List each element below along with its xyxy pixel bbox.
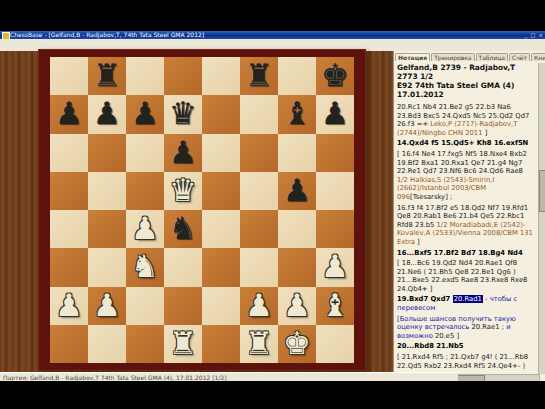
square-g6[interactable] (278, 134, 316, 172)
notation-segment[interactable]: 14.Qxd4 f5 15.Qd5+ Kh8 16.exf5N (397, 139, 528, 147)
notation-paragraph-1: 14.Qxd4 f5 15.Qd5+ Kh8 16.exf5N (397, 139, 534, 148)
white-pawn: ♟ (126, 210, 164, 248)
black-pawn: ♟ (126, 95, 164, 133)
notation-paragraph-0: 20.Rc1 Nb4 21.Be2 g5 22.b3 Na6 23.Bd3 Bx… (397, 103, 534, 137)
tab-нотация[interactable]: Нотация (395, 53, 430, 61)
square-e4[interactable] (202, 210, 240, 248)
square-c8[interactable] (126, 57, 164, 95)
vertical-scrollbar-thumb[interactable] (539, 170, 545, 212)
square-g3[interactable] (278, 248, 316, 286)
square-b5[interactable] (88, 172, 126, 210)
square-h5[interactable] (316, 172, 354, 210)
square-a5[interactable] (50, 172, 88, 210)
white-pawn: ♟ (88, 287, 126, 325)
square-f7[interactable] (240, 95, 278, 133)
notation-paragraph-9: [ 21.Rxd4 Rf5 ; 21.Qxb7 g4! ( 21...Rb8 2… (397, 353, 534, 369)
square-d3[interactable] (164, 248, 202, 286)
square-h6[interactable] (316, 134, 354, 172)
square-d4[interactable]: ♞ (164, 210, 202, 248)
square-f1[interactable]: ♜ (240, 325, 278, 363)
square-c2[interactable] (126, 287, 164, 325)
square-b3[interactable] (88, 248, 126, 286)
square-g8[interactable] (278, 57, 316, 95)
window-title: ChessBase - [Gelfand,B - Radjabov,T, 74t… (0, 31, 204, 38)
title-bar: ChessBase - [Gelfand,B - Radjabov,T, 74t… (0, 31, 545, 39)
white-queen: ♛ (164, 172, 202, 210)
square-b1[interactable] (88, 325, 126, 363)
square-a3[interactable] (50, 248, 88, 286)
black-pawn: ♟ (278, 172, 316, 210)
square-c3[interactable]: ♞ (126, 248, 164, 286)
game-header-event: E92 74th Tata Steel GMA (4) 17.01.2012 (397, 81, 534, 99)
notation-segment[interactable]: ] (415, 238, 420, 246)
square-f3[interactable] (240, 248, 278, 286)
square-f5[interactable] (240, 172, 278, 210)
square-h3[interactable]: ♟ (316, 248, 354, 286)
square-e3[interactable] (202, 248, 240, 286)
white-bishop: ♝ (316, 287, 354, 325)
chess-board[interactable]: ♜♜♚♟♟♟♛♝♟♟♛♟♟♞♞♟♟♟♟♟♝♜♜♚ (50, 57, 354, 363)
square-h8[interactable]: ♚ (316, 57, 354, 95)
square-a1[interactable] (50, 325, 88, 363)
white-rook: ♜ (240, 325, 278, 363)
notation-paragraph-8: 20...Rbd8 21.Nb5 (397, 342, 534, 351)
tab-книга[interactable]: Книга (531, 53, 545, 61)
notation-segment[interactable]: 20.e5 ] (435, 332, 459, 340)
square-b7[interactable]: ♟ (88, 95, 126, 133)
notation-segment[interactable]: [ 21.Rxd4 Rf5 ; 21.Qxb7 g4! ( 21...Rb8 2… (397, 353, 528, 369)
tab-счёт[interactable]: Счёт (509, 53, 530, 61)
black-bishop: ♝ (278, 95, 316, 133)
notation-paragraph-6: 19.Bxd7 Qxd7 20.Rad1 - чтобы с перевесом (397, 295, 534, 312)
square-e8[interactable] (202, 57, 240, 95)
game-header: Gelfand,B 2739 - Radjabov,T 2773 1/2 E92… (397, 63, 534, 99)
square-g2[interactable]: ♟ (278, 287, 316, 325)
square-b6[interactable] (88, 134, 126, 172)
notation-segment[interactable]: 20...Rbd8 21.Nb5 (397, 342, 464, 350)
square-a4[interactable] (50, 210, 88, 248)
notation-paragraph-2: [ 16.f4 Ne4 17.fxg5 Nf5 18.Nxe4 Bxb2 19.… (397, 150, 534, 202)
square-c4[interactable]: ♟ (126, 210, 164, 248)
black-pawn: ♟ (316, 95, 354, 133)
black-pawn: ♟ (88, 95, 126, 133)
square-g7[interactable]: ♝ (278, 95, 316, 133)
square-c5[interactable] (126, 172, 164, 210)
black-rook: ♜ (88, 57, 126, 95)
black-pawn: ♟ (50, 95, 88, 133)
notation-segment[interactable]: [ 16.f4 Ne4 17.fxg5 Nf5 18.Nxe4 Bxb2 19.… (397, 150, 527, 175)
square-g4[interactable] (278, 210, 316, 248)
square-c1[interactable] (126, 325, 164, 363)
notation-moves: 20.Rc1 Nb4 21.Be2 g5 22.b3 Na6 23.Bd3 Bx… (397, 103, 534, 369)
notation-paragraph-5: [ 18...Bc6 19.Qd2 Nd4 20.Rae1 Qf8 21.Ne6… (397, 259, 534, 293)
letterbox-top (0, 0, 545, 31)
square-f4[interactable] (240, 210, 278, 248)
white-knight: ♞ (126, 248, 164, 286)
status-text: Партия: Gelfand,B - Radjabov,T 74th Tata… (3, 374, 227, 381)
square-d8[interactable] (164, 57, 202, 95)
square-c7[interactable]: ♟ (126, 95, 164, 133)
square-h2[interactable]: ♝ (316, 287, 354, 325)
square-a6[interactable] (50, 134, 88, 172)
square-h4[interactable] (316, 210, 354, 248)
square-b8[interactable]: ♜ (88, 57, 126, 95)
square-c6[interactable] (126, 134, 164, 172)
square-b2[interactable]: ♟ (88, 287, 126, 325)
square-e6[interactable] (202, 134, 240, 172)
black-queen: ♛ (164, 95, 202, 133)
white-pawn: ♟ (278, 287, 316, 325)
current-move[interactable]: 20.Rad1 (453, 295, 483, 303)
black-king: ♚ (316, 57, 354, 95)
notation-segment[interactable]: 16...Bxf5 17.Bf2 Bd7 18.Bg4 Nd4 (397, 249, 523, 257)
notation-paragraph-7: [Больше шансов получить такую оценку вст… (397, 315, 534, 341)
square-d7[interactable]: ♛ (164, 95, 202, 133)
square-d1[interactable]: ♜ (164, 325, 202, 363)
square-h1[interactable] (316, 325, 354, 363)
notation-text: Gelfand,B 2739 - Radjabov,T 2773 1/2 E92… (397, 63, 534, 369)
notation-segment[interactable]: [Tsesarsky] ; (410, 193, 452, 201)
notation-tabs: НотацияТренировкаТаблицаСчётКнига (395, 53, 545, 61)
tab-тренировка[interactable]: Тренировка (431, 53, 474, 61)
white-rook: ♜ (164, 325, 202, 363)
letterbox-bottom (0, 381, 545, 409)
square-e2[interactable] (202, 287, 240, 325)
black-pawn: ♟ (164, 134, 202, 172)
square-g1[interactable]: ♚ (278, 325, 316, 363)
black-knight: ♞ (164, 210, 202, 248)
square-e7[interactable] (202, 95, 240, 133)
square-f8[interactable]: ♜ (240, 57, 278, 95)
square-a2[interactable]: ♟ (50, 287, 88, 325)
window-control-buttons[interactable]: _ □ × (524, 32, 544, 38)
square-a7[interactable]: ♟ (50, 95, 88, 133)
square-g5[interactable]: ♟ (278, 172, 316, 210)
tab-таблица[interactable]: Таблица (476, 53, 509, 61)
square-f2[interactable]: ♟ (240, 287, 278, 325)
notation-paragraph-3: 16.f3 f4 17.Bf2 e5 18.Qd2 Nf7 19.Rfd1 Qe… (397, 204, 534, 247)
notation-paragraph-4: 16...Bxf5 17.Bf2 Bd7 18.Bg4 Nd4 (397, 249, 534, 258)
game-header-players: Gelfand,B 2739 - Radjabov,T 2773 1/2 (397, 63, 534, 81)
square-e1[interactable] (202, 325, 240, 363)
square-d6[interactable]: ♟ (164, 134, 202, 172)
square-f6[interactable] (240, 134, 278, 172)
white-king: ♚ (278, 325, 316, 363)
white-pawn: ♟ (50, 287, 88, 325)
square-e5[interactable] (202, 172, 240, 210)
notation-segment[interactable]: 19.Bxd7 Qxd7 (397, 295, 453, 303)
square-h7[interactable]: ♟ (316, 95, 354, 133)
square-a8[interactable] (50, 57, 88, 95)
notation-segment[interactable]: [ 18...Bc6 19.Qd2 Nd4 20.Rae1 Qf8 21.Ne6… (397, 259, 527, 293)
square-d5[interactable]: ♛ (164, 172, 202, 210)
white-pawn: ♟ (240, 287, 278, 325)
black-rook: ♜ (240, 57, 278, 95)
vertical-scrollbar[interactable] (538, 63, 545, 374)
notation-segment[interactable]: ] (483, 129, 488, 137)
white-pawn: ♟ (316, 248, 354, 286)
square-d2[interactable] (164, 287, 202, 325)
notation-segment[interactable]: 20.Rae1 ; (471, 323, 504, 331)
square-b4[interactable] (88, 210, 126, 248)
